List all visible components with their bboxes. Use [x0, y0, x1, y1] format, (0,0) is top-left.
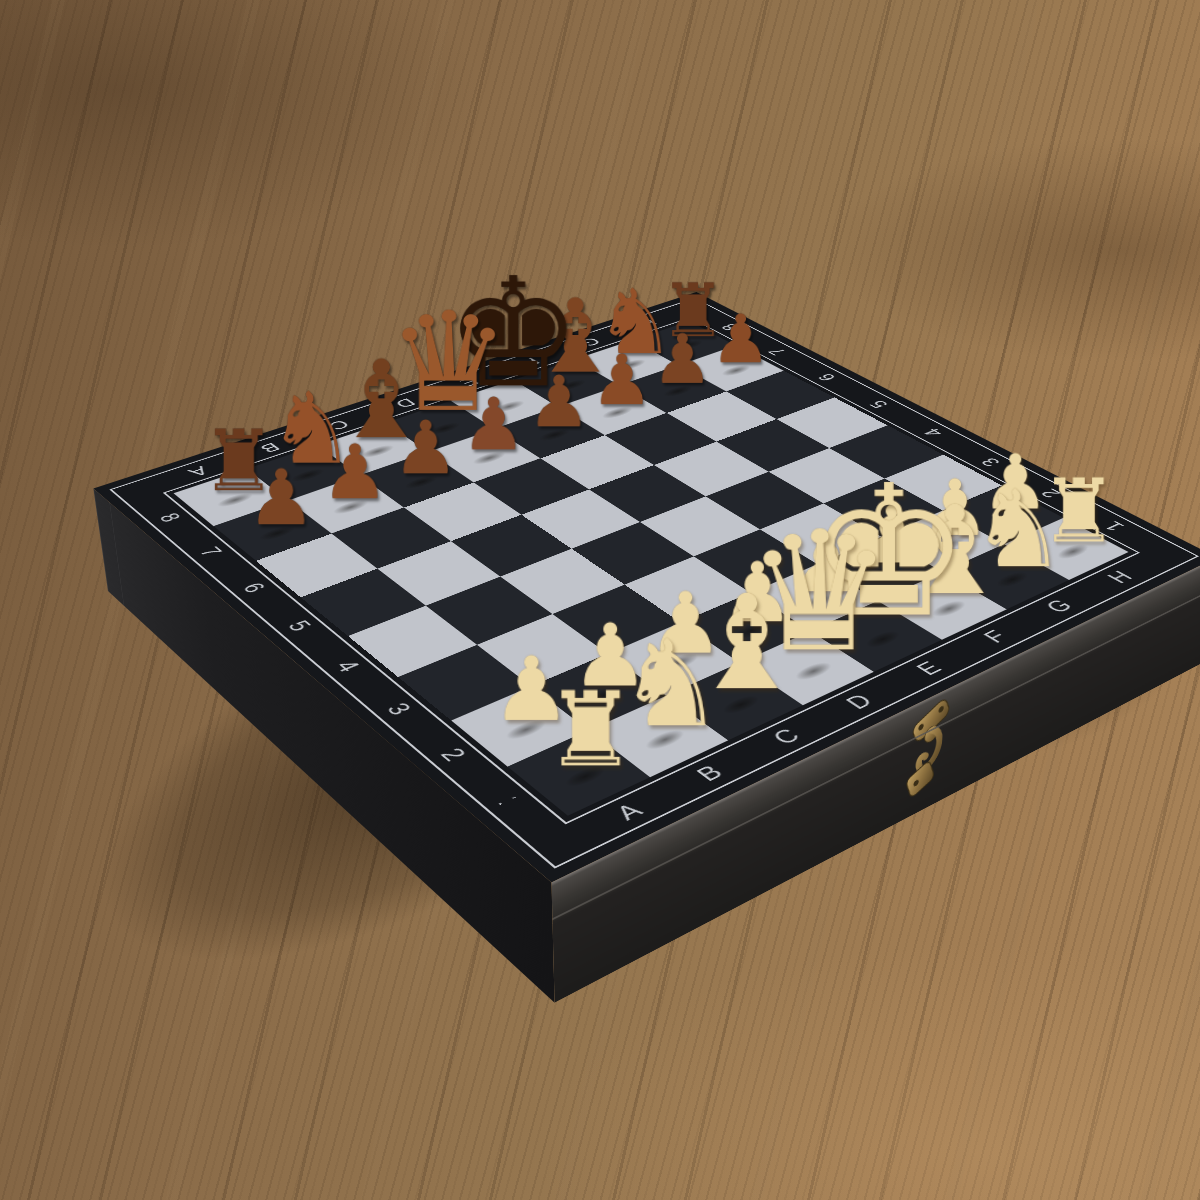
- coordinate-label-8: 8: [122, 498, 216, 539]
- piece-white-rook-a1: ♜: [544, 678, 637, 782]
- scene: ABCDEFGH ABCDEFGH 87654321 87654321 ♜♞♝♛…: [0, 0, 1200, 1200]
- piece-black-pawn-b7: ♟: [321, 435, 389, 510]
- piece-black-pawn-f7: ♟: [590, 346, 652, 416]
- piece-black-pawn-d7: ♟: [461, 389, 526, 461]
- piece-black-pawn-c7: ♟: [392, 411, 458, 485]
- piece-black-pawn-e7: ♟: [527, 367, 591, 438]
- piece-black-pawn-a7: ♟: [246, 460, 315, 537]
